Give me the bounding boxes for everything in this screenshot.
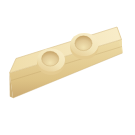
left-stud-hole [42,51,59,66]
right-stud [70,33,98,59]
right-stud-hole [75,36,92,51]
left-stud [37,49,65,75]
lego-piece-render: Tan LEGO plate 1 x 3 with 2 hollow studs… [0,0,135,135]
product-image: Tan LEGO plate 1 x 3 with 2 hollow studs… [0,0,135,135]
